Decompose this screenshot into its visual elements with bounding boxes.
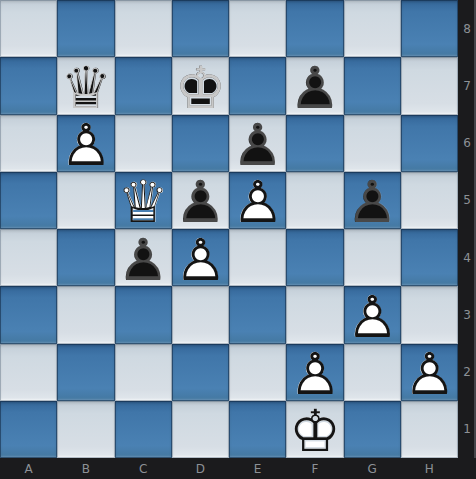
piece-white-pawn[interactable]: ♟♙ bbox=[57, 115, 114, 172]
square-b7[interactable]: ♛♕ bbox=[57, 57, 114, 114]
square-e3[interactable] bbox=[229, 286, 286, 343]
square-b3[interactable] bbox=[57, 286, 114, 343]
rank-label-6: 6 bbox=[458, 115, 476, 172]
piece-white-pawn[interactable]: ♟♙ bbox=[344, 286, 401, 343]
square-e1[interactable] bbox=[229, 401, 286, 458]
square-e6[interactable]: ♟♙ bbox=[229, 115, 286, 172]
piece-black-queen[interactable]: ♛♕ bbox=[57, 57, 114, 114]
square-e7[interactable] bbox=[229, 57, 286, 114]
piece-white-pawn[interactable]: ♟♙ bbox=[286, 344, 343, 401]
square-c1[interactable] bbox=[115, 401, 172, 458]
square-c2[interactable] bbox=[115, 344, 172, 401]
rank-label-8: 8 bbox=[458, 0, 476, 57]
rank-label-7: 7 bbox=[458, 57, 476, 114]
square-h6[interactable] bbox=[401, 115, 458, 172]
square-c4[interactable]: ♟♙ bbox=[115, 229, 172, 286]
file-label-a: A bbox=[0, 458, 57, 479]
square-g4[interactable] bbox=[344, 229, 401, 286]
piece-black-pawn[interactable]: ♟♙ bbox=[172, 172, 229, 229]
square-b6[interactable]: ♟♙ bbox=[57, 115, 114, 172]
square-a6[interactable] bbox=[0, 115, 57, 172]
file-label-h: H bbox=[401, 458, 458, 479]
rank-label-2: 2 bbox=[458, 344, 476, 401]
square-h3[interactable] bbox=[401, 286, 458, 343]
square-d2[interactable] bbox=[172, 344, 229, 401]
square-g3[interactable]: ♟♙ bbox=[344, 286, 401, 343]
square-g2[interactable] bbox=[344, 344, 401, 401]
rank-label-3: 3 bbox=[458, 286, 476, 343]
square-d6[interactable] bbox=[172, 115, 229, 172]
square-h4[interactable] bbox=[401, 229, 458, 286]
square-f4[interactable] bbox=[286, 229, 343, 286]
square-b2[interactable] bbox=[57, 344, 114, 401]
file-label-f: F bbox=[286, 458, 343, 479]
square-d5[interactable]: ♟♙ bbox=[172, 172, 229, 229]
square-g6[interactable] bbox=[344, 115, 401, 172]
square-f7[interactable]: ♟♙ bbox=[286, 57, 343, 114]
piece-white-queen[interactable]: ♛♕ bbox=[115, 172, 172, 229]
square-a2[interactable] bbox=[0, 344, 57, 401]
square-g8[interactable] bbox=[344, 0, 401, 57]
square-h2[interactable]: ♟♙ bbox=[401, 344, 458, 401]
square-f3[interactable] bbox=[286, 286, 343, 343]
square-a1[interactable] bbox=[0, 401, 57, 458]
square-h5[interactable] bbox=[401, 172, 458, 229]
square-c5[interactable]: ♛♕ bbox=[115, 172, 172, 229]
square-f2[interactable]: ♟♙ bbox=[286, 344, 343, 401]
square-b5[interactable] bbox=[57, 172, 114, 229]
square-e5[interactable]: ♟♙ bbox=[229, 172, 286, 229]
square-a8[interactable] bbox=[0, 0, 57, 57]
square-d8[interactable] bbox=[172, 0, 229, 57]
square-d4[interactable]: ♟♙ bbox=[172, 229, 229, 286]
square-a4[interactable] bbox=[0, 229, 57, 286]
square-c6[interactable] bbox=[115, 115, 172, 172]
square-f1[interactable]: ♚♔ bbox=[286, 401, 343, 458]
square-g7[interactable] bbox=[344, 57, 401, 114]
rank-labels: 87654321 bbox=[458, 0, 476, 458]
file-label-e: E bbox=[229, 458, 286, 479]
square-b8[interactable] bbox=[57, 0, 114, 57]
piece-white-pawn[interactable]: ♟♙ bbox=[229, 172, 286, 229]
square-a5[interactable] bbox=[0, 172, 57, 229]
square-f5[interactable] bbox=[286, 172, 343, 229]
square-a7[interactable] bbox=[0, 57, 57, 114]
file-label-b: B bbox=[57, 458, 114, 479]
piece-white-pawn[interactable]: ♟♙ bbox=[401, 344, 458, 401]
piece-black-pawn[interactable]: ♟♙ bbox=[344, 172, 401, 229]
square-c7[interactable] bbox=[115, 57, 172, 114]
piece-white-pawn[interactable]: ♟♙ bbox=[172, 229, 229, 286]
piece-white-king[interactable]: ♚♔ bbox=[286, 401, 343, 458]
square-g1[interactable] bbox=[344, 401, 401, 458]
square-e8[interactable] bbox=[229, 0, 286, 57]
square-f8[interactable] bbox=[286, 0, 343, 57]
rank-label-5: 5 bbox=[458, 172, 476, 229]
square-h1[interactable] bbox=[401, 401, 458, 458]
square-c8[interactable] bbox=[115, 0, 172, 57]
piece-black-pawn[interactable]: ♟♙ bbox=[286, 57, 343, 114]
square-b1[interactable] bbox=[57, 401, 114, 458]
square-d7[interactable]: ♚♔ bbox=[172, 57, 229, 114]
file-labels: ABCDEFGH bbox=[0, 458, 458, 479]
square-f6[interactable] bbox=[286, 115, 343, 172]
square-b4[interactable] bbox=[57, 229, 114, 286]
square-e4[interactable] bbox=[229, 229, 286, 286]
file-label-g: G bbox=[344, 458, 401, 479]
file-label-d: D bbox=[172, 458, 229, 479]
chess-app-window: ♛♕♚♔♟♙♟♙♟♙♛♕♟♙♟♙♟♙♟♙♟♙♟♙♟♙♟♙♚♔ 87654321 … bbox=[0, 0, 476, 479]
square-c3[interactable] bbox=[115, 286, 172, 343]
square-h7[interactable] bbox=[401, 57, 458, 114]
file-label-c: C bbox=[115, 458, 172, 479]
square-h8[interactable] bbox=[401, 0, 458, 57]
board: ♛♕♚♔♟♙♟♙♟♙♛♕♟♙♟♙♟♙♟♙♟♙♟♙♟♙♟♙♚♔ bbox=[0, 0, 458, 458]
piece-black-pawn[interactable]: ♟♙ bbox=[115, 229, 172, 286]
square-a3[interactable] bbox=[0, 286, 57, 343]
rank-label-4: 4 bbox=[458, 229, 476, 286]
square-g5[interactable]: ♟♙ bbox=[344, 172, 401, 229]
square-e2[interactable] bbox=[229, 344, 286, 401]
rank-label-1: 1 bbox=[458, 401, 476, 458]
square-d3[interactable] bbox=[172, 286, 229, 343]
square-d1[interactable] bbox=[172, 401, 229, 458]
piece-black-king[interactable]: ♚♔ bbox=[172, 57, 229, 114]
piece-black-pawn[interactable]: ♟♙ bbox=[229, 115, 286, 172]
